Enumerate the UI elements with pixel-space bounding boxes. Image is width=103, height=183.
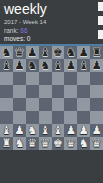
square-b3[interactable] <box>13 111 26 124</box>
square-a6[interactable] <box>0 72 13 85</box>
piece-black-bishop[interactable]: ♝ <box>77 59 90 72</box>
piece-black-pawn[interactable]: ♟ <box>77 46 90 59</box>
square-e1[interactable]: ♚ <box>52 137 65 150</box>
square-c1[interactable]: ♛ <box>26 137 39 150</box>
square-f5[interactable] <box>64 85 77 98</box>
piece-black-king[interactable]: ♚ <box>52 46 65 59</box>
square-h8[interactable]: ♜ <box>90 46 103 59</box>
piece-black-knight[interactable]: ♞ <box>39 59 52 72</box>
square-g2[interactable]: ♟ <box>77 124 90 137</box>
square-h5[interactable] <box>90 85 103 98</box>
square-c4[interactable] <box>26 98 39 111</box>
square-c5[interactable] <box>26 85 39 98</box>
square-c2[interactable]: ♞ <box>26 124 39 137</box>
square-e6[interactable] <box>52 72 65 85</box>
square-b6[interactable] <box>13 72 26 85</box>
bottom-panel <box>0 150 103 183</box>
square-d6[interactable] <box>39 72 52 85</box>
piece-white-bishop[interactable]: ♝ <box>52 124 65 137</box>
square-h6[interactable] <box>90 72 103 85</box>
piece-black-knight[interactable]: ♞ <box>0 46 13 59</box>
square-g8[interactable]: ♟ <box>77 46 90 59</box>
square-h7[interactable]: ♟ <box>90 59 103 72</box>
piece-white-queen[interactable]: ♛ <box>39 137 52 150</box>
square-e3[interactable] <box>52 111 65 124</box>
square-e4[interactable] <box>52 98 65 111</box>
square-a4[interactable] <box>0 98 13 111</box>
square-b1[interactable]: ♞ <box>13 137 26 150</box>
menu-bar <box>98 30 103 39</box>
piece-black-bishop[interactable]: ♝ <box>52 59 65 72</box>
square-h4[interactable] <box>90 98 103 111</box>
square-d8[interactable]: ♝ <box>39 46 52 59</box>
square-d1[interactable]: ♛ <box>39 137 52 150</box>
piece-black-pawn[interactable]: ♟ <box>26 46 39 59</box>
menu-bar <box>98 2 103 11</box>
piece-black-knight[interactable]: ♞ <box>64 46 77 59</box>
square-f6[interactable] <box>64 72 77 85</box>
square-b8[interactable]: ♛ <box>13 46 26 59</box>
square-d5[interactable] <box>39 85 52 98</box>
moves-label: moves: <box>4 35 25 42</box>
square-g5[interactable] <box>77 85 90 98</box>
app-screen: weekly 2017 - Week 14 rank: 66 moves: 0 … <box>0 0 103 183</box>
square-d4[interactable] <box>39 98 52 111</box>
square-c3[interactable] <box>26 111 39 124</box>
piece-black-knight[interactable]: ♞ <box>26 59 39 72</box>
square-a3[interactable] <box>0 111 13 124</box>
square-a2[interactable]: ♝ <box>0 124 13 137</box>
piece-white-pawn[interactable]: ♟ <box>77 124 90 137</box>
square-g7[interactable]: ♝ <box>77 59 90 72</box>
piece-white-queen[interactable]: ♛ <box>90 137 103 150</box>
piece-black-queen[interactable]: ♛ <box>13 46 26 59</box>
square-a1[interactable]: ♜ <box>0 137 13 150</box>
piece-white-bishop[interactable]: ♝ <box>0 124 13 137</box>
piece-white-knight[interactable]: ♞ <box>13 137 26 150</box>
square-b4[interactable] <box>13 98 26 111</box>
piece-black-pawn[interactable]: ♟ <box>64 59 77 72</box>
piece-white-queen[interactable]: ♛ <box>64 137 77 150</box>
square-f3[interactable] <box>64 111 77 124</box>
piece-white-knight[interactable]: ♞ <box>77 137 90 150</box>
square-f1[interactable]: ♛ <box>64 137 77 150</box>
square-a5[interactable] <box>0 85 13 98</box>
square-b7[interactable]: ♟ <box>13 59 26 72</box>
square-a8[interactable]: ♞ <box>0 46 13 59</box>
square-a7[interactable]: ♝ <box>0 59 13 72</box>
piece-black-pawn[interactable]: ♟ <box>90 59 103 72</box>
moves-line: moves: 0 <box>4 35 30 42</box>
square-d2[interactable]: ♝ <box>39 124 52 137</box>
piece-white-bishop[interactable]: ♝ <box>39 124 52 137</box>
square-f4[interactable] <box>64 98 77 111</box>
moves-value: 0 <box>27 35 31 42</box>
square-e2[interactable]: ♝ <box>52 124 65 137</box>
square-h1[interactable]: ♛ <box>90 137 103 150</box>
piece-white-queen[interactable]: ♛ <box>26 137 39 150</box>
square-c7[interactable]: ♞ <box>26 59 39 72</box>
square-c6[interactable] <box>26 72 39 85</box>
square-d7[interactable]: ♞ <box>39 59 52 72</box>
week-subtitle: 2017 - Week 14 <box>4 19 46 26</box>
piece-black-rook[interactable]: ♜ <box>90 46 103 59</box>
menu-bar <box>98 16 103 25</box>
square-e5[interactable] <box>52 85 65 98</box>
square-g6[interactable] <box>77 72 90 85</box>
square-h3[interactable] <box>90 111 103 124</box>
square-e8[interactable]: ♚ <box>52 46 65 59</box>
piece-black-bishop[interactable]: ♝ <box>0 59 13 72</box>
piece-black-pawn[interactable]: ♟ <box>13 59 26 72</box>
piece-white-rook[interactable]: ♜ <box>0 137 13 150</box>
header: weekly 2017 - Week 14 rank: 66 moves: 0 <box>0 0 103 44</box>
square-g3[interactable] <box>77 111 90 124</box>
piece-white-knight[interactable]: ♞ <box>26 124 39 137</box>
square-h2[interactable]: ♟ <box>90 124 103 137</box>
square-g4[interactable] <box>77 98 90 111</box>
piece-black-bishop[interactable]: ♝ <box>39 46 52 59</box>
piece-white-pawn[interactable]: ♟ <box>90 124 103 137</box>
square-c8[interactable]: ♟ <box>26 46 39 59</box>
square-e7[interactable]: ♝ <box>52 59 65 72</box>
rank-value: 66 <box>20 27 27 34</box>
piece-white-king[interactable]: ♚ <box>52 137 65 150</box>
square-g1[interactable]: ♞ <box>77 137 90 150</box>
hamburger-menu-icon[interactable] <box>98 2 103 39</box>
chess-board: ♞♛♟♝♚♞♟♜♝♟♞♞♝♟♝♟♝♟♞♝♝♟♟♟♜♞♛♛♚♛♞♛ <box>0 46 103 150</box>
square-f7[interactable]: ♟ <box>64 59 77 72</box>
rank-line: rank: 66 <box>4 27 28 34</box>
page-title: weekly <box>4 1 47 17</box>
piece-white-pawn[interactable]: ♟ <box>13 124 26 137</box>
square-b2[interactable]: ♟ <box>13 124 26 137</box>
square-f2[interactable]: ♟ <box>64 124 77 137</box>
square-f8[interactable]: ♞ <box>64 46 77 59</box>
piece-white-pawn[interactable]: ♟ <box>64 124 77 137</box>
square-d3[interactable] <box>39 111 52 124</box>
square-b5[interactable] <box>13 85 26 98</box>
rank-label: rank: <box>4 27 18 34</box>
